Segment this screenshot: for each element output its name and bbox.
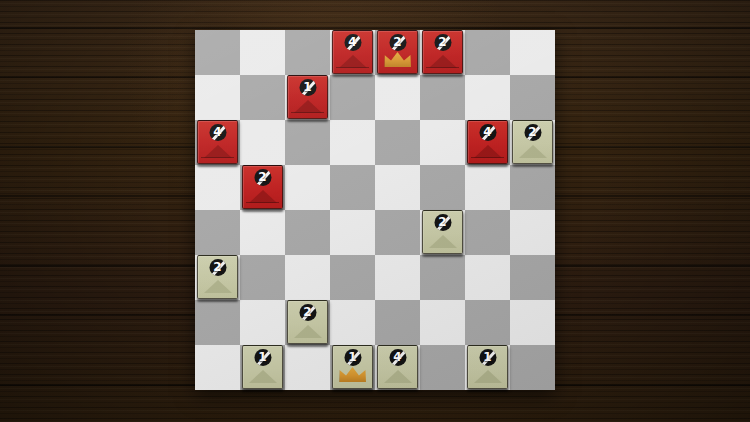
piece-value-badge: 1 (344, 349, 361, 366)
piece-value-number: 2 (434, 214, 451, 231)
piece-value-number: 1 (344, 349, 361, 366)
red-piece[interactable]: 1 (287, 75, 328, 119)
red-piece[interactable]: 2 (242, 165, 283, 209)
triangle-icon (474, 370, 502, 383)
piece-value-badge: 2 (389, 34, 406, 51)
crown-icon (384, 52, 411, 67)
piece-value-number: 4 (389, 349, 406, 366)
piece-value-number: 2 (434, 34, 451, 51)
piece-value-badge: 2 (254, 169, 271, 186)
piece-value-number: 2 (299, 304, 316, 321)
piece-value-badge: 2 (434, 34, 451, 51)
red-piece[interactable]: 4 (197, 120, 238, 164)
piece-value-badge: 1 (299, 79, 316, 96)
piece-value-number: 1 (299, 79, 316, 96)
piece-value-number: 4 (344, 34, 361, 51)
triangle-baseline (291, 112, 324, 114)
piece-value-number: 1 (254, 349, 271, 366)
red-piece[interactable]: 2 (422, 30, 463, 74)
piece-value-badge: 4 (389, 349, 406, 366)
piece-value-badge: 2 (434, 214, 451, 231)
piece-value-badge: 4 (344, 34, 361, 51)
piece-value-number: 2 (524, 124, 541, 141)
triangle-baseline (471, 157, 504, 159)
pieces-layer: 422144222221141 (195, 30, 555, 390)
triangle-baseline (426, 67, 459, 69)
triangle-baseline (246, 202, 279, 204)
piece-value-number: 4 (479, 124, 496, 141)
piece-value-badge: 4 (479, 124, 496, 141)
red-piece[interactable]: 4 (467, 120, 508, 164)
triangle-icon (249, 370, 277, 383)
red-piece[interactable]: 4 (332, 30, 373, 74)
red-piece[interactable]: 2 (377, 30, 418, 74)
piece-value-badge: 2 (524, 124, 541, 141)
triangle-icon (294, 325, 322, 338)
piece-value-number: 4 (209, 124, 226, 141)
crown-icon (339, 367, 366, 382)
green-piece[interactable]: 1 (467, 345, 508, 389)
triangle-icon (519, 145, 547, 158)
green-piece[interactable]: 1 (242, 345, 283, 389)
piece-value-badge: 4 (209, 124, 226, 141)
triangle-icon (429, 235, 457, 248)
piece-value-badge: 2 (209, 259, 226, 276)
green-piece[interactable]: 1 (332, 345, 373, 389)
piece-value-badge: 2 (299, 304, 316, 321)
piece-value-number: 2 (254, 169, 271, 186)
game-board: 422144222221141 (195, 30, 555, 390)
green-piece[interactable]: 4 (377, 345, 418, 389)
triangle-baseline (336, 67, 369, 69)
piece-value-number: 2 (389, 34, 406, 51)
piece-value-number: 2 (209, 259, 226, 276)
triangle-baseline (201, 157, 234, 159)
piece-value-badge: 1 (254, 349, 271, 366)
green-piece[interactable]: 2 (422, 210, 463, 254)
triangle-icon (384, 370, 412, 383)
piece-value-number: 1 (479, 349, 496, 366)
green-piece[interactable]: 2 (197, 255, 238, 299)
piece-value-badge: 1 (479, 349, 496, 366)
green-piece[interactable]: 2 (287, 300, 328, 344)
triangle-icon (204, 280, 232, 293)
green-piece[interactable]: 2 (512, 120, 553, 164)
